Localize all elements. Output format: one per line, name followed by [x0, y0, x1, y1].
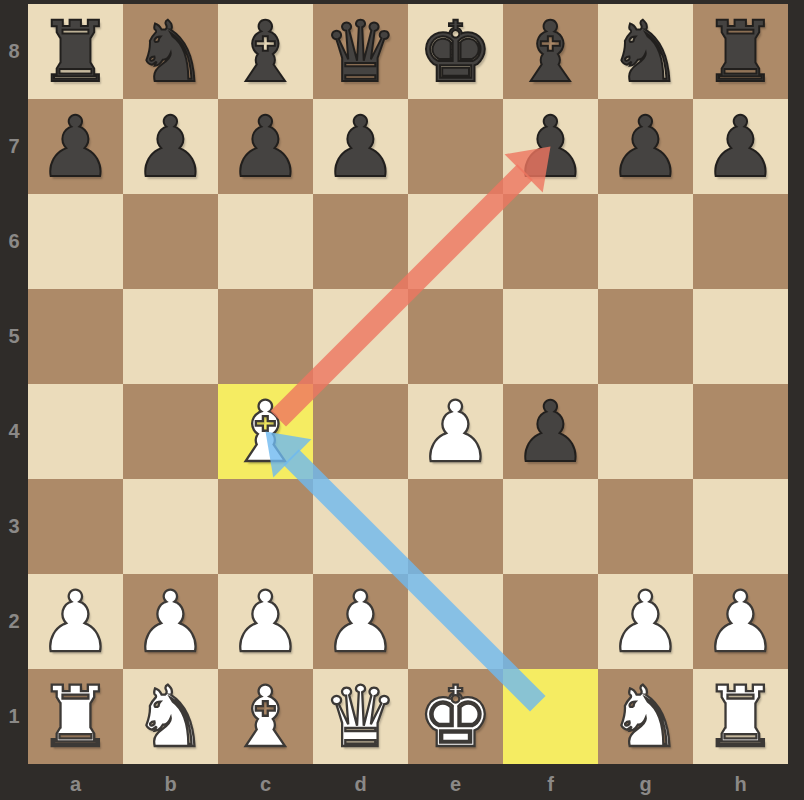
square-c7[interactable]: ♟: [218, 99, 313, 194]
square-d4[interactable]: [313, 384, 408, 479]
file-label-f: f: [503, 762, 598, 800]
square-e2[interactable]: [408, 574, 503, 669]
square-e4[interactable]: ♟: [408, 384, 503, 479]
square-f5[interactable]: [503, 289, 598, 384]
piece-white-pawn-d2[interactable]: ♟: [313, 574, 408, 669]
square-b2[interactable]: ♟: [123, 574, 218, 669]
file-label-a: a: [28, 762, 123, 800]
piece-white-king-e1[interactable]: ♚: [408, 669, 503, 764]
square-d5[interactable]: [313, 289, 408, 384]
piece-white-queen-d1[interactable]: ♛: [313, 669, 408, 764]
piece-white-pawn-c2[interactable]: ♟: [218, 574, 313, 669]
square-d6[interactable]: [313, 194, 408, 289]
piece-black-knight-g8[interactable]: ♞: [598, 4, 693, 99]
square-e7[interactable]: [408, 99, 503, 194]
piece-white-knight-b1[interactable]: ♞: [123, 669, 218, 764]
square-f3[interactable]: [503, 479, 598, 574]
piece-white-rook-h1[interactable]: ♜: [693, 669, 788, 764]
square-e1[interactable]: ♚: [408, 669, 503, 764]
piece-black-king-e8[interactable]: ♚: [408, 4, 503, 99]
square-b6[interactable]: [123, 194, 218, 289]
square-c1[interactable]: ♝: [218, 669, 313, 764]
square-a3[interactable]: [28, 479, 123, 574]
square-b7[interactable]: ♟: [123, 99, 218, 194]
square-h1[interactable]: ♜: [693, 669, 788, 764]
square-e5[interactable]: [408, 289, 503, 384]
square-e3[interactable]: [408, 479, 503, 574]
piece-white-pawn-e4[interactable]: ♟: [408, 384, 503, 479]
piece-black-queen-d8[interactable]: ♛: [313, 4, 408, 99]
rank-label-5: 5: [0, 289, 28, 384]
chess-board: ♜♞♝♛♚♝♞♜♟♟♟♟♟♟♟♝♟♟♟♟♟♟♟♟♜♞♝♛♚♞♜: [28, 4, 788, 764]
piece-white-rook-a1[interactable]: ♜: [28, 669, 123, 764]
square-a4[interactable]: [28, 384, 123, 479]
square-f8[interactable]: ♝: [503, 4, 598, 99]
rank-label-3: 3: [0, 479, 28, 574]
square-c3[interactable]: [218, 479, 313, 574]
square-c2[interactable]: ♟: [218, 574, 313, 669]
square-d1[interactable]: ♛: [313, 669, 408, 764]
piece-black-rook-a8[interactable]: ♜: [28, 4, 123, 99]
piece-black-pawn-c7[interactable]: ♟: [218, 99, 313, 194]
file-label-e: e: [408, 762, 503, 800]
piece-white-bishop-c1[interactable]: ♝: [218, 669, 313, 764]
square-h2[interactable]: ♟: [693, 574, 788, 669]
square-h7[interactable]: ♟: [693, 99, 788, 194]
piece-black-pawn-g7[interactable]: ♟: [598, 99, 693, 194]
square-h5[interactable]: [693, 289, 788, 384]
piece-black-rook-h8[interactable]: ♜: [693, 4, 788, 99]
square-e8[interactable]: ♚: [408, 4, 503, 99]
rank-label-6: 6: [0, 194, 28, 289]
square-g7[interactable]: ♟: [598, 99, 693, 194]
rank-label-8: 8: [0, 4, 28, 99]
piece-white-pawn-g2[interactable]: ♟: [598, 574, 693, 669]
square-a2[interactable]: ♟: [28, 574, 123, 669]
piece-white-pawn-h2[interactable]: ♟: [693, 574, 788, 669]
square-c6[interactable]: [218, 194, 313, 289]
rank-label-1: 1: [0, 669, 28, 764]
square-b1[interactable]: ♞: [123, 669, 218, 764]
piece-black-pawn-b7[interactable]: ♟: [123, 99, 218, 194]
square-h4[interactable]: [693, 384, 788, 479]
file-label-d: d: [313, 762, 408, 800]
piece-black-knight-b8[interactable]: ♞: [123, 4, 218, 99]
square-g2[interactable]: ♟: [598, 574, 693, 669]
file-label-h: h: [693, 762, 788, 800]
square-a1[interactable]: ♜: [28, 669, 123, 764]
square-f1[interactable]: [503, 669, 598, 764]
piece-white-pawn-b2[interactable]: ♟: [123, 574, 218, 669]
square-g5[interactable]: [598, 289, 693, 384]
square-e6[interactable]: [408, 194, 503, 289]
square-g3[interactable]: [598, 479, 693, 574]
square-f6[interactable]: [503, 194, 598, 289]
square-f7[interactable]: ♟: [503, 99, 598, 194]
piece-white-bishop-c4[interactable]: ♝: [218, 384, 313, 479]
square-h3[interactable]: [693, 479, 788, 574]
square-b4[interactable]: [123, 384, 218, 479]
rank-label-4: 4: [0, 384, 28, 479]
square-g4[interactable]: [598, 384, 693, 479]
square-a5[interactable]: [28, 289, 123, 384]
square-d2[interactable]: ♟: [313, 574, 408, 669]
file-label-c: c: [218, 762, 313, 800]
square-a6[interactable]: [28, 194, 123, 289]
square-a8[interactable]: ♜: [28, 4, 123, 99]
square-g6[interactable]: [598, 194, 693, 289]
piece-white-knight-g1[interactable]: ♞: [598, 669, 693, 764]
square-d7[interactable]: ♟: [313, 99, 408, 194]
file-label-b: b: [123, 762, 218, 800]
square-g8[interactable]: ♞: [598, 4, 693, 99]
square-h8[interactable]: ♜: [693, 4, 788, 99]
square-f2[interactable]: [503, 574, 598, 669]
square-a7[interactable]: ♟: [28, 99, 123, 194]
square-b8[interactable]: ♞: [123, 4, 218, 99]
square-c5[interactable]: [218, 289, 313, 384]
square-b5[interactable]: [123, 289, 218, 384]
square-c4[interactable]: ♝: [218, 384, 313, 479]
square-d3[interactable]: [313, 479, 408, 574]
piece-black-pawn-a7[interactable]: ♟: [28, 99, 123, 194]
piece-black-pawn-d7[interactable]: ♟: [313, 99, 408, 194]
piece-black-bishop-c8[interactable]: ♝: [218, 4, 313, 99]
rank-label-2: 2: [0, 574, 28, 669]
piece-white-pawn-a2[interactable]: ♟: [28, 574, 123, 669]
square-g1[interactable]: ♞: [598, 669, 693, 764]
file-label-g: g: [598, 762, 693, 800]
square-c8[interactable]: ♝: [218, 4, 313, 99]
piece-black-pawn-f7[interactable]: ♟: [503, 99, 598, 194]
rank-label-7: 7: [0, 99, 28, 194]
square-b3[interactable]: [123, 479, 218, 574]
square-h6[interactable]: [693, 194, 788, 289]
square-d8[interactable]: ♛: [313, 4, 408, 99]
piece-black-pawn-h7[interactable]: ♟: [693, 99, 788, 194]
square-f4[interactable]: ♟: [503, 384, 598, 479]
chess-board-screen: ♜♞♝♛♚♝♞♜♟♟♟♟♟♟♟♝♟♟♟♟♟♟♟♟♜♞♝♛♚♞♜ 87654321…: [0, 0, 804, 800]
piece-black-bishop-f8[interactable]: ♝: [503, 4, 598, 99]
piece-black-pawn-f4[interactable]: ♟: [503, 384, 598, 479]
